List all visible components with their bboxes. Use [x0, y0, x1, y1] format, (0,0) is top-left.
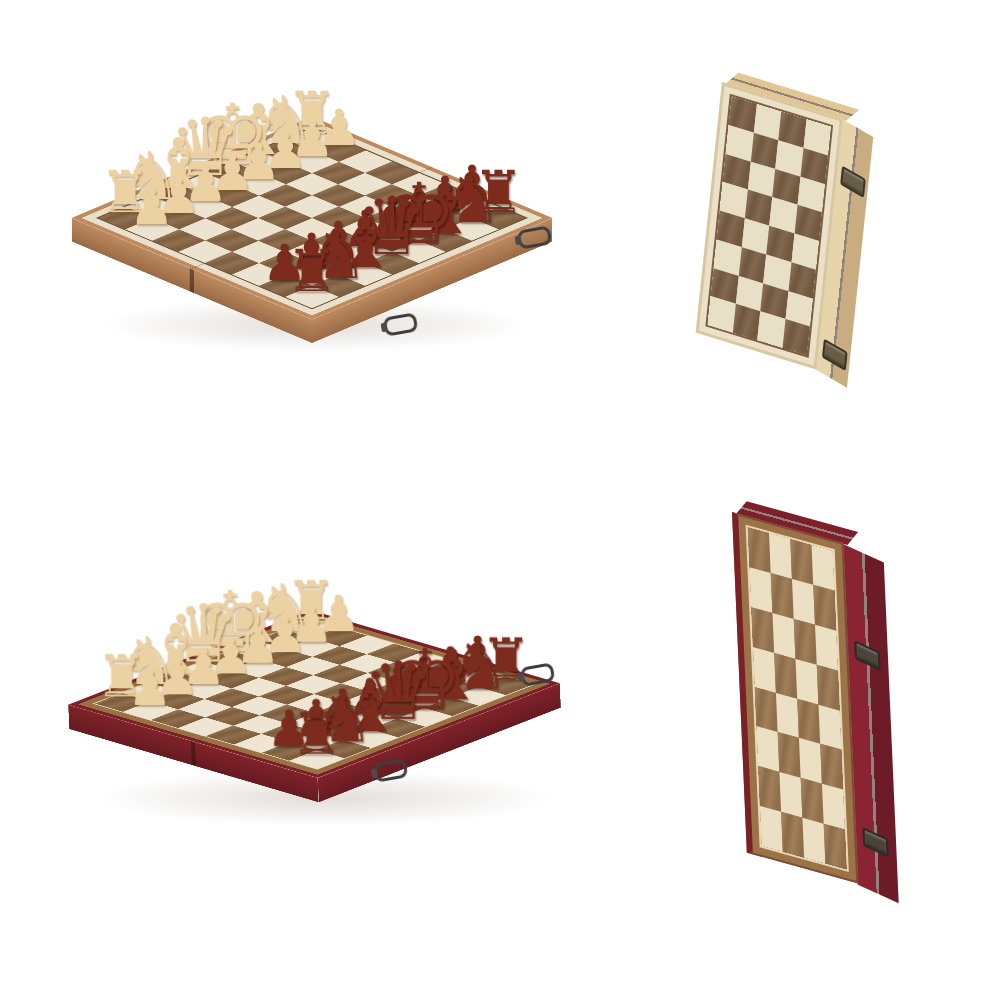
white-pawn-piece: ♟ [287, 114, 337, 162]
board-square [820, 744, 843, 790]
board-square [749, 567, 772, 613]
white-rook-piece: ♜ [93, 647, 151, 702]
black-king-piece: ♚ [377, 172, 461, 252]
black-rook-piece: ♜ [283, 242, 341, 297]
board-square [774, 653, 797, 699]
latch-icon [854, 640, 880, 671]
photo-open-board-mahogany[interactable]: ♜♞♝♛♚♝♞♜♟♟♟♟♟♟♟♟♟♟♟♟♟♟♟♟♜♞♝♛♚♝♞♜ [40, 500, 585, 850]
board-square [790, 539, 813, 585]
black-knight-piece: ♞ [311, 686, 377, 749]
white-king-piece: ♚ [190, 93, 274, 173]
product-collage: ♜♞♝♛♚♝♞♜♟♟♟♟♟♟♟♟♟♟♟♟♟♟♟♟♜♞♝♛♚♝♞♜ ♜♞♝♛♚♝♞… [0, 0, 1000, 1000]
board-square [756, 726, 779, 772]
white-pawn-piece: ♟ [234, 137, 284, 185]
white-rook-piece: ♜ [96, 163, 154, 218]
black-queen-piece: ♛ [358, 652, 438, 728]
board-square [812, 545, 835, 591]
board-square [781, 812, 804, 858]
white-pawn-piece: ♟ [314, 103, 364, 151]
photo-folded-box-natural[interactable] [680, 55, 910, 385]
black-knight-piece: ♞ [306, 223, 372, 286]
black-king-piece: ♚ [383, 638, 467, 718]
black-pawn-piece: ♟ [426, 641, 476, 689]
black-pawn-piece: ♟ [291, 693, 341, 741]
board-square [751, 607, 774, 653]
board-square [760, 806, 783, 852]
white-knight-piece: ♞ [252, 88, 318, 151]
white-pawn-piece: ♟ [260, 610, 310, 658]
pieces-layer: ♜♞♝♛♚♝♞♜♟♟♟♟♟♟♟♟♟♟♟♟♟♟♟♟♜♞♝♛♚♝♞♜ [98, 128, 525, 308]
black-pawn-piece: ♟ [287, 227, 337, 275]
board-square [772, 613, 795, 659]
white-pawn-piece: ♟ [180, 159, 230, 207]
board-square [778, 732, 801, 778]
board-square [792, 579, 815, 625]
board-square [794, 619, 817, 665]
white-pawn-piece: ♟ [207, 148, 257, 196]
black-pawn-piece: ♟ [447, 159, 497, 207]
chessboard-open-mahogany: ♜♞♝♛♚♝♞♜♟♟♟♟♟♟♟♟♟♟♟♟♟♟♟♟♜♞♝♛♚♝♞♜ [68, 610, 560, 778]
board-square [758, 766, 781, 812]
white-rook-piece: ♜ [282, 573, 340, 628]
white-pawn-piece: ♟ [287, 600, 337, 648]
black-knight-piece: ♞ [446, 634, 512, 697]
board-square [802, 818, 825, 864]
black-pawn-piece: ♟ [453, 630, 503, 678]
board-square [753, 647, 776, 693]
board-square [799, 738, 822, 784]
black-pawn-piece: ♟ [340, 204, 390, 252]
white-pawn-piece: ♟ [233, 621, 283, 669]
white-pawn-piece: ♟ [314, 589, 364, 637]
black-pawn-piece: ♟ [367, 193, 417, 241]
latch-icon [862, 827, 888, 858]
board-square [755, 687, 778, 733]
folded-checkerboard [748, 527, 847, 869]
photo-open-board-natural[interactable]: ♜♞♝♛♚♝♞♜♟♟♟♟♟♟♟♟♟♟♟♟♟♟♟♟♜♞♝♛♚♝♞♜ [40, 60, 580, 380]
black-rook-piece: ♜ [288, 704, 346, 759]
board-square [782, 319, 810, 355]
white-queen-piece: ♛ [165, 108, 245, 184]
black-rook-piece: ♜ [470, 163, 528, 218]
white-bishop-piece: ♝ [222, 583, 292, 649]
white-bishop-piece: ♝ [141, 615, 211, 682]
board-square [795, 659, 818, 705]
white-pawn-piece: ♟ [152, 652, 202, 700]
black-bishop-piece: ♝ [330, 208, 400, 275]
latch-icon [840, 165, 866, 198]
board-square [818, 704, 841, 750]
board-square [748, 527, 771, 573]
white-queen-piece: ♛ [163, 595, 243, 671]
white-pawn-piece: ♟ [179, 642, 229, 690]
white-knight-piece: ♞ [119, 144, 185, 207]
board-square [813, 585, 836, 631]
white-pawn-piece: ♟ [125, 663, 175, 711]
black-knight-piece: ♞ [439, 167, 505, 230]
white-knight-piece: ♞ [251, 576, 317, 639]
photo-folded-box-mahogany[interactable] [690, 480, 930, 900]
board-square [822, 784, 845, 830]
black-pawn-piece: ♟ [314, 216, 364, 264]
board-square [776, 692, 799, 738]
black-pawn-piece: ♟ [260, 238, 310, 286]
folded-board-face [696, 82, 843, 370]
folded-board-face [732, 512, 858, 884]
white-bishop-piece: ♝ [144, 129, 214, 196]
white-pawn-piece: ♟ [127, 182, 177, 230]
board-square [769, 533, 792, 579]
board-square [801, 778, 824, 824]
board-square [732, 304, 760, 340]
white-pawn-piece: ♟ [154, 171, 204, 219]
black-bishop-piece: ♝ [336, 672, 406, 739]
white-knight-piece: ♞ [116, 629, 182, 692]
board-square [779, 772, 802, 818]
white-rook-piece: ♜ [283, 84, 341, 139]
black-bishop-piece: ♝ [417, 640, 487, 707]
white-bishop-piece: ♝ [224, 95, 294, 162]
black-pawn-piece: ♟ [420, 171, 470, 219]
white-king-piece: ♚ [188, 580, 272, 660]
folded-checkerboard [708, 96, 831, 355]
white-pawn-piece: ♟ [206, 631, 256, 679]
board-square [708, 296, 736, 332]
black-pawn-piece: ♟ [399, 651, 449, 699]
board-square [797, 698, 820, 744]
board-square [757, 312, 785, 348]
black-bishop-piece: ♝ [410, 174, 480, 241]
black-pawn-piece: ♟ [264, 704, 314, 752]
white-pawn-piece: ♟ [260, 125, 310, 173]
latch-icon [822, 339, 848, 372]
board-square [817, 664, 840, 710]
black-pawn-piece: ♟ [394, 182, 444, 230]
board-square [824, 824, 847, 870]
board-square [771, 573, 794, 619]
board-square [815, 625, 838, 671]
chessboard-open-natural: ♜♞♝♛♚♝♞♜♟♟♟♟♟♟♟♟♟♟♟♟♟♟♟♟♜♞♝♛♚♝♞♜ [72, 116, 553, 319]
black-queen-piece: ♛ [352, 187, 432, 263]
black-pawn-piece: ♟ [372, 662, 422, 710]
